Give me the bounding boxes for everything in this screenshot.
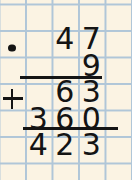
rule-under-multiplier: [20, 76, 102, 79]
digit-glyph: 4: [29, 130, 48, 160]
digit-glyph: 3: [82, 130, 101, 160]
multiplication-dot-icon: [8, 44, 16, 52]
result-ones-digit: 3: [78, 136, 105, 163]
result-hundreds-digit: 4: [25, 136, 52, 163]
plus-sign: [0, 83, 25, 110]
digit-glyph: 2: [55, 130, 74, 160]
multiplicand-tens-digit: 4: [52, 30, 79, 57]
graph-paper-worksheet: 47963360423: [0, 0, 132, 180]
plus-sign-vertical-bar: [11, 89, 14, 109]
digit-glyph: 4: [55, 24, 74, 54]
result-tens-digit: 2: [52, 136, 79, 163]
rule-under-partial-products: [23, 127, 118, 130]
multiplication-dot: [0, 30, 25, 57]
